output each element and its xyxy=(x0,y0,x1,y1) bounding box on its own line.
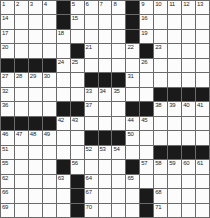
cell-r2c2[interactable] xyxy=(15,15,28,28)
cell-r3c7[interactable] xyxy=(85,30,98,43)
cell-r10c10[interactable]: 50 xyxy=(126,131,139,144)
cell-r1c2[interactable]: 2 xyxy=(15,1,28,14)
cell-r13c2[interactable] xyxy=(15,175,28,188)
cell-r8c1[interactable]: 36 xyxy=(1,102,14,115)
cell-r3c15[interactable] xyxy=(196,30,209,43)
cell-r8c9[interactable] xyxy=(112,102,125,115)
cell-r13c15[interactable] xyxy=(196,175,209,188)
cell-r15c5[interactable] xyxy=(57,204,70,217)
cell-r10c1[interactable]: 46 xyxy=(1,131,14,144)
black-cell-r15c6 xyxy=(71,204,84,217)
cell-r7c2[interactable] xyxy=(15,88,28,101)
cell-r5c8[interactable] xyxy=(99,59,112,72)
cell-r9c5[interactable]: 42 xyxy=(57,117,70,130)
cell-r9c15[interactable] xyxy=(196,117,209,130)
black-cell-r4c11 xyxy=(140,44,153,57)
cell-r2c4[interactable] xyxy=(43,15,56,28)
clue-number-25: 25 xyxy=(72,59,78,66)
clue-number-67: 67 xyxy=(86,189,92,196)
cell-r8c7[interactable]: 37 xyxy=(85,102,98,115)
cell-r5c6[interactable]: 25 xyxy=(71,59,84,72)
cell-r9c13[interactable] xyxy=(168,117,181,130)
cell-r14c12[interactable]: 68 xyxy=(154,189,167,202)
clue-number-31: 31 xyxy=(127,73,133,80)
cell-r13c1[interactable]: 62 xyxy=(1,175,14,188)
clue-number-20: 20 xyxy=(2,44,8,51)
cell-r8c12[interactable]: 38 xyxy=(154,102,167,115)
cell-r10c5[interactable] xyxy=(57,131,70,144)
cell-r5c14[interactable] xyxy=(182,59,195,72)
clue-number-54: 54 xyxy=(113,146,119,153)
cell-r1c3[interactable]: 3 xyxy=(29,1,42,14)
cell-r10c4[interactable]: 49 xyxy=(43,131,56,144)
cell-r12c14[interactable]: 60 xyxy=(182,160,195,173)
cell-r9c8[interactable] xyxy=(99,117,112,130)
clue-number-24: 24 xyxy=(58,59,64,66)
cell-r7c11[interactable] xyxy=(140,88,153,101)
cell-r10c3[interactable]: 48 xyxy=(29,131,42,144)
black-cell-r8c11 xyxy=(140,102,153,115)
clue-number-16: 16 xyxy=(141,15,147,22)
black-cell-r5c3 xyxy=(29,59,42,72)
clue-number-32: 32 xyxy=(2,88,8,95)
clue-number-39: 39 xyxy=(169,102,175,109)
clue-number-53: 53 xyxy=(100,146,106,153)
cell-r6c14[interactable] xyxy=(182,73,195,86)
black-cell-r1c5 xyxy=(57,1,70,14)
clue-number-69: 69 xyxy=(2,204,8,211)
cell-r11c4[interactable] xyxy=(43,146,56,159)
cell-r6c6[interactable] xyxy=(71,73,84,86)
cell-r6c10[interactable]: 31 xyxy=(126,73,139,86)
black-cell-r4c6 xyxy=(71,44,84,57)
cell-r8c14[interactable]: 40 xyxy=(182,102,195,115)
clue-number-42: 42 xyxy=(58,117,64,124)
cell-r4c13[interactable] xyxy=(168,44,181,57)
cell-r15c15[interactable] xyxy=(196,204,209,217)
cell-r3c1[interactable]: 17 xyxy=(1,30,14,43)
cell-r8c3[interactable] xyxy=(29,102,42,115)
clue-number-47: 47 xyxy=(16,131,22,138)
cell-r12c11[interactable]: 57 xyxy=(140,160,153,173)
cell-r15c12[interactable]: 71 xyxy=(154,204,167,217)
black-cell-r14c11 xyxy=(140,189,153,202)
cell-r4c9[interactable] xyxy=(112,44,125,57)
cell-r13c13[interactable] xyxy=(168,175,181,188)
clue-number-51: 51 xyxy=(2,146,8,153)
black-cell-r2c10 xyxy=(126,15,139,28)
cell-r8c15[interactable]: 41 xyxy=(196,102,209,115)
cell-r11c6[interactable] xyxy=(71,146,84,159)
cell-r15c14[interactable] xyxy=(182,204,195,217)
cell-r13c9[interactable] xyxy=(112,175,125,188)
clue-number-46: 46 xyxy=(2,131,8,138)
cell-r2c14[interactable] xyxy=(182,15,195,28)
clue-number-50: 50 xyxy=(127,131,133,138)
cell-r15c13[interactable] xyxy=(168,204,181,217)
clue-number-66: 66 xyxy=(2,189,8,196)
clue-number-19: 19 xyxy=(141,30,147,37)
cell-r10c11[interactable] xyxy=(140,131,153,144)
black-cell-r11c15 xyxy=(196,146,209,159)
black-cell-r10c9 xyxy=(112,131,125,144)
cell-r12c1[interactable]: 55 xyxy=(1,160,14,173)
cell-r6c3[interactable]: 29 xyxy=(29,73,42,86)
clue-number-29: 29 xyxy=(30,73,36,80)
black-cell-r12c10 xyxy=(126,160,139,173)
cell-r5c13[interactable] xyxy=(168,59,181,72)
cell-r13c3[interactable] xyxy=(29,175,42,188)
cell-r6c5[interactable] xyxy=(57,73,70,86)
clue-number-58: 58 xyxy=(155,160,161,167)
clue-number-34: 34 xyxy=(100,88,106,95)
cell-r4c7[interactable]: 21 xyxy=(85,44,98,57)
black-cell-r10c7 xyxy=(85,131,98,144)
cell-r12c12[interactable]: 58 xyxy=(154,160,167,173)
cell-r1c13[interactable]: 11 xyxy=(168,1,181,14)
cell-r5c10[interactable] xyxy=(126,59,139,72)
black-cell-r8c6 xyxy=(71,102,84,115)
cell-r11c1[interactable]: 51 xyxy=(1,146,14,159)
cell-r6c13[interactable] xyxy=(168,73,181,86)
cell-r2c9[interactable] xyxy=(112,15,125,28)
cell-r7c6[interactable] xyxy=(71,88,84,101)
cell-r5c12[interactable] xyxy=(154,59,167,72)
cell-r11c2[interactable] xyxy=(15,146,28,159)
cell-r9c11[interactable]: 45 xyxy=(140,117,153,130)
cell-r11c10[interactable] xyxy=(126,146,139,159)
clue-number-33: 33 xyxy=(86,88,92,95)
cell-r14c8[interactable] xyxy=(99,189,112,202)
clue-number-11: 11 xyxy=(169,1,175,8)
clue-number-61: 61 xyxy=(197,160,203,167)
cell-r1c9[interactable]: 8 xyxy=(112,1,125,14)
black-cell-r12c5 xyxy=(57,160,70,173)
cell-r7c4[interactable] xyxy=(43,88,56,101)
cell-r1c8[interactable]: 7 xyxy=(99,1,112,14)
cell-r4c2[interactable] xyxy=(15,44,28,57)
cell-r10c2[interactable]: 47 xyxy=(15,131,28,144)
cell-r14c14[interactable] xyxy=(182,189,195,202)
black-cell-r13c6 xyxy=(71,175,84,188)
cell-r2c11[interactable]: 16 xyxy=(140,15,153,28)
cell-r6c4[interactable]: 30 xyxy=(43,73,56,86)
cell-r13c11[interactable] xyxy=(140,175,153,188)
cell-r13c12[interactable] xyxy=(154,175,167,188)
clue-number-64: 64 xyxy=(86,175,92,182)
clue-number-35: 35 xyxy=(113,88,119,95)
cell-r12c2[interactable] xyxy=(15,160,28,173)
cell-r4c4[interactable] xyxy=(43,44,56,57)
cell-r11c8[interactable]: 53 xyxy=(99,146,112,159)
cell-r7c7[interactable]: 33 xyxy=(85,88,98,101)
clue-number-41: 41 xyxy=(197,102,203,109)
black-cell-r6c7 xyxy=(85,73,98,86)
cell-r15c8[interactable] xyxy=(99,204,112,217)
black-cell-r5c1 xyxy=(1,59,14,72)
clue-number-65: 65 xyxy=(127,175,133,182)
clue-number-9: 9 xyxy=(141,1,144,8)
cell-r3c11[interactable]: 19 xyxy=(140,30,153,43)
clue-number-55: 55 xyxy=(2,160,8,167)
clue-number-49: 49 xyxy=(44,131,50,138)
clue-number-4: 4 xyxy=(44,1,47,8)
cell-r4c12[interactable]: 23 xyxy=(154,44,167,57)
clue-number-57: 57 xyxy=(141,160,147,167)
cell-r3c12[interactable] xyxy=(154,30,167,43)
clue-number-6: 6 xyxy=(86,1,89,8)
clue-number-30: 30 xyxy=(44,73,50,80)
cell-r15c10[interactable] xyxy=(126,204,139,217)
black-cell-r11c12 xyxy=(154,146,167,159)
cell-r7c9[interactable]: 35 xyxy=(112,88,125,101)
cell-r3c5[interactable]: 18 xyxy=(57,30,70,43)
cell-r9c6[interactable]: 43 xyxy=(71,117,84,130)
cell-r1c15[interactable]: 13 xyxy=(196,1,209,14)
cell-r12c13[interactable]: 59 xyxy=(168,160,181,173)
cell-r3c3[interactable] xyxy=(29,30,42,43)
cell-r8c2[interactable] xyxy=(15,102,28,115)
cell-r1c7[interactable]: 6 xyxy=(85,1,98,14)
clue-number-63: 63 xyxy=(58,175,64,182)
cell-r9c14[interactable] xyxy=(182,117,195,130)
cell-r12c3[interactable] xyxy=(29,160,42,173)
cell-r10c12[interactable] xyxy=(154,131,167,144)
clue-number-7: 7 xyxy=(100,1,103,8)
cell-r14c9[interactable] xyxy=(112,189,125,202)
clue-number-2: 2 xyxy=(16,1,19,8)
cell-r2c7[interactable] xyxy=(85,15,98,28)
cell-r13c7[interactable]: 64 xyxy=(85,175,98,188)
cell-r12c6[interactable]: 56 xyxy=(71,160,84,173)
cell-r13c14[interactable] xyxy=(182,175,195,188)
cell-r13c4[interactable] xyxy=(43,175,56,188)
cell-r5c15[interactable] xyxy=(196,59,209,72)
cell-r8c13[interactable]: 39 xyxy=(168,102,181,115)
cell-r10c14[interactable] xyxy=(182,131,195,144)
black-cell-r2c5 xyxy=(57,15,70,28)
clue-number-17: 17 xyxy=(2,30,8,37)
cell-r2c1[interactable]: 14 xyxy=(1,15,14,28)
cell-r5c7[interactable] xyxy=(85,59,98,72)
cell-r3c2[interactable] xyxy=(15,30,28,43)
cell-r4c10[interactable]: 22 xyxy=(126,44,139,57)
cell-r15c7[interactable]: 70 xyxy=(85,204,98,217)
cell-r2c6[interactable]: 15 xyxy=(71,15,84,28)
black-cell-r5c2 xyxy=(15,59,28,72)
cell-r14c1[interactable]: 66 xyxy=(1,189,14,202)
clue-number-10: 10 xyxy=(155,1,161,8)
black-cell-r9c1 xyxy=(1,117,14,130)
clue-number-1: 1 xyxy=(2,1,5,8)
cell-r9c9[interactable] xyxy=(112,117,125,130)
cell-r14c3[interactable] xyxy=(29,189,42,202)
cell-r11c3[interactable] xyxy=(29,146,42,159)
black-cell-r6c8 xyxy=(99,73,112,86)
cell-r6c15[interactable] xyxy=(196,73,209,86)
black-cell-r9c2 xyxy=(15,117,28,130)
cell-r13c5[interactable]: 63 xyxy=(57,175,70,188)
clue-number-60: 60 xyxy=(183,160,189,167)
cell-r1c12[interactable]: 10 xyxy=(154,1,167,14)
clue-number-13: 13 xyxy=(197,1,203,8)
cell-r14c7[interactable]: 67 xyxy=(85,189,98,202)
black-cell-r7c12 xyxy=(154,88,167,101)
clue-number-3: 3 xyxy=(30,1,33,8)
cell-r10c13[interactable] xyxy=(168,131,181,144)
cell-r2c12[interactable] xyxy=(154,15,167,28)
cell-r7c10[interactable] xyxy=(126,88,139,101)
black-cell-r11c14 xyxy=(182,146,195,159)
cell-r4c15[interactable] xyxy=(196,44,209,57)
cell-r10c15[interactable] xyxy=(196,131,209,144)
cell-r15c1[interactable]: 69 xyxy=(1,204,14,217)
clue-number-71: 71 xyxy=(155,204,161,211)
cell-r5c11[interactable]: 26 xyxy=(140,59,153,72)
black-cell-r7c14 xyxy=(182,88,195,101)
black-cell-r8c5 xyxy=(57,102,70,115)
clue-number-8: 8 xyxy=(113,1,116,8)
cell-r6c12[interactable] xyxy=(154,73,167,86)
clue-number-22: 22 xyxy=(127,44,133,51)
cell-r7c1[interactable]: 32 xyxy=(1,88,14,101)
clue-number-44: 44 xyxy=(127,117,133,124)
cell-r1c1[interactable]: 1 xyxy=(1,1,14,14)
cell-r11c7[interactable]: 52 xyxy=(85,146,98,159)
black-cell-r9c3 xyxy=(29,117,42,130)
cell-r5c9[interactable] xyxy=(112,59,125,72)
cell-r14c10[interactable] xyxy=(126,189,139,202)
black-cell-r6c9 xyxy=(112,73,125,86)
cell-r14c5[interactable] xyxy=(57,189,70,202)
clue-number-18: 18 xyxy=(58,30,64,37)
cell-r14c13[interactable] xyxy=(168,189,181,202)
cell-r4c3[interactable] xyxy=(29,44,42,57)
clue-number-56: 56 xyxy=(72,160,78,167)
cell-r1c14[interactable]: 12 xyxy=(182,1,195,14)
black-cell-r1c10 xyxy=(126,1,139,14)
cell-r8c4[interactable] xyxy=(43,102,56,115)
clue-number-43: 43 xyxy=(72,117,78,124)
cell-r10c6[interactable] xyxy=(71,131,84,144)
cell-r15c9[interactable] xyxy=(112,204,125,217)
cell-r15c4[interactable] xyxy=(43,204,56,217)
black-cell-r5c4 xyxy=(43,59,56,72)
cell-r4c8[interactable] xyxy=(99,44,112,57)
cell-r13c8[interactable] xyxy=(99,175,112,188)
cell-r2c13[interactable] xyxy=(168,15,181,28)
clue-number-45: 45 xyxy=(141,117,147,124)
black-cell-r11c13 xyxy=(168,146,181,159)
clue-number-59: 59 xyxy=(169,160,175,167)
cell-r7c3[interactable] xyxy=(29,88,42,101)
cell-r11c5[interactable] xyxy=(57,146,70,159)
cell-r3c8[interactable] xyxy=(99,30,112,43)
crossword-board: 1234567891011121314151617181920212223242… xyxy=(0,0,210,218)
black-cell-r14c6 xyxy=(71,189,84,202)
cell-r6c1[interactable]: 27 xyxy=(1,73,14,86)
cell-r12c9[interactable] xyxy=(112,160,125,173)
clue-number-68: 68 xyxy=(155,189,161,196)
clue-number-70: 70 xyxy=(86,204,92,211)
clue-number-52: 52 xyxy=(86,146,92,153)
cell-r11c11[interactable] xyxy=(140,146,153,159)
black-cell-r15c11 xyxy=(140,204,153,217)
clue-number-48: 48 xyxy=(30,131,36,138)
clue-number-40: 40 xyxy=(183,102,189,109)
cell-r12c8[interactable] xyxy=(99,160,112,173)
cell-r7c8[interactable]: 34 xyxy=(99,88,112,101)
cell-r6c11[interactable] xyxy=(140,73,153,86)
cell-r2c3[interactable] xyxy=(29,15,42,28)
cell-r4c5[interactable] xyxy=(57,44,70,57)
cell-r11c9[interactable]: 54 xyxy=(112,146,125,159)
cell-r3c9[interactable] xyxy=(112,30,125,43)
cell-r8c8[interactable] xyxy=(99,102,112,115)
clue-number-5: 5 xyxy=(72,1,75,8)
cell-r5c5[interactable]: 24 xyxy=(57,59,70,72)
cell-r9c12[interactable] xyxy=(154,117,167,130)
cell-r3c6[interactable] xyxy=(71,30,84,43)
cell-r14c4[interactable] xyxy=(43,189,56,202)
cell-r12c15[interactable]: 61 xyxy=(196,160,209,173)
clue-number-27: 27 xyxy=(2,73,8,80)
cell-r3c14[interactable] xyxy=(182,30,195,43)
clue-number-14: 14 xyxy=(2,15,8,22)
cell-r3c13[interactable] xyxy=(168,30,181,43)
cell-r4c1[interactable]: 20 xyxy=(1,44,14,57)
cell-r9c7[interactable] xyxy=(85,117,98,130)
cell-r9c10[interactable]: 44 xyxy=(126,117,139,130)
cell-r12c7[interactable] xyxy=(85,160,98,173)
cell-r14c15[interactable] xyxy=(196,189,209,202)
cell-r6c2[interactable]: 28 xyxy=(15,73,28,86)
clue-number-12: 12 xyxy=(183,1,189,8)
cell-r2c8[interactable] xyxy=(99,15,112,28)
cell-r1c11[interactable]: 9 xyxy=(140,1,153,14)
clue-number-36: 36 xyxy=(2,102,8,109)
clue-number-62: 62 xyxy=(2,175,8,182)
clue-number-21: 21 xyxy=(86,44,92,51)
cell-r15c2[interactable] xyxy=(15,204,28,217)
clue-number-26: 26 xyxy=(141,59,147,66)
cell-r12c4[interactable] xyxy=(43,160,56,173)
cell-r1c4[interactable]: 4 xyxy=(43,1,56,14)
cell-r15c3[interactable] xyxy=(29,204,42,217)
cell-r13c10[interactable]: 65 xyxy=(126,175,139,188)
black-cell-r7c15 xyxy=(196,88,209,101)
cell-r2c15[interactable] xyxy=(196,15,209,28)
cell-r3c4[interactable] xyxy=(43,30,56,43)
cell-r1c6[interactable]: 5 xyxy=(71,1,84,14)
black-cell-r7c13 xyxy=(168,88,181,101)
black-cell-r3c10 xyxy=(126,30,139,43)
cell-r4c14[interactable] xyxy=(182,44,195,57)
black-cell-r9c4 xyxy=(43,117,56,130)
clue-number-23: 23 xyxy=(155,44,161,51)
cell-r7c5[interactable] xyxy=(57,88,70,101)
clue-number-38: 38 xyxy=(155,102,161,109)
clue-number-28: 28 xyxy=(16,73,22,80)
cell-r14c2[interactable] xyxy=(15,189,28,202)
clue-number-37: 37 xyxy=(86,102,92,109)
black-cell-r10c8 xyxy=(99,131,112,144)
black-cell-r8c10 xyxy=(126,102,139,115)
clue-number-15: 15 xyxy=(72,15,78,22)
